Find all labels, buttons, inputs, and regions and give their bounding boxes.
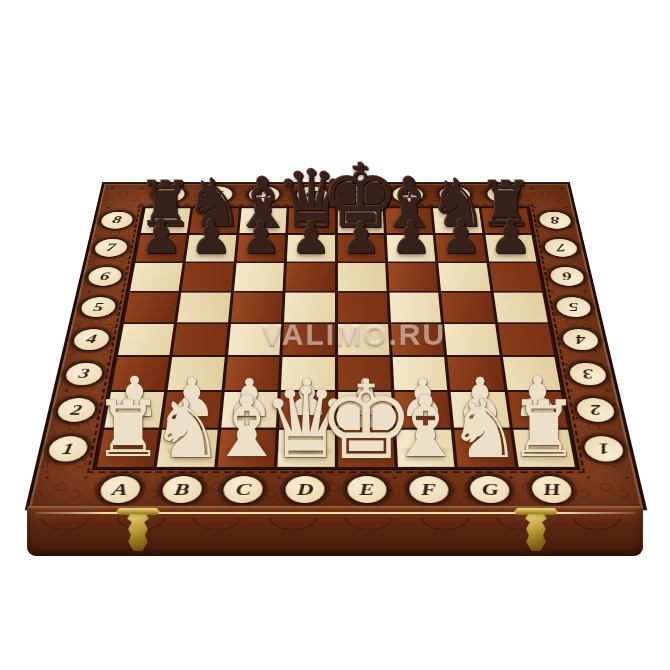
square-a4 xyxy=(118,324,174,355)
square-d1 xyxy=(278,429,335,466)
square-a2 xyxy=(104,392,164,427)
brass-latch-right xyxy=(514,505,558,571)
square-b7 xyxy=(186,235,236,261)
square-f3 xyxy=(393,357,448,390)
square-f6 xyxy=(388,263,438,291)
square-e1 xyxy=(338,429,395,466)
square-g3 xyxy=(448,357,505,390)
square-c2 xyxy=(221,392,278,427)
square-a6 xyxy=(130,263,183,291)
square-d8 xyxy=(288,208,334,233)
square-e6 xyxy=(337,263,386,291)
square-c8 xyxy=(239,208,287,233)
square-b3 xyxy=(168,357,225,390)
square-c3 xyxy=(225,357,280,390)
square-g6 xyxy=(439,263,491,291)
square-c6 xyxy=(234,263,284,291)
file-label-bottom-e: E xyxy=(345,475,389,505)
square-h3 xyxy=(502,357,560,390)
brass-latch-left xyxy=(116,505,160,571)
file-label-top-d: D xyxy=(295,186,329,204)
square-e2 xyxy=(338,392,393,427)
latch-plate-icon xyxy=(514,508,558,515)
square-e8 xyxy=(337,208,383,233)
square-h7 xyxy=(485,235,536,261)
square-c7 xyxy=(236,235,285,261)
square-g1 xyxy=(454,429,514,466)
square-d3 xyxy=(281,357,334,390)
file-label-top-e: E xyxy=(343,186,377,204)
file-label-bottom-d: D xyxy=(283,475,327,505)
square-d7 xyxy=(287,235,335,261)
square-b6 xyxy=(182,263,234,291)
square-e7 xyxy=(337,235,385,261)
square-g8 xyxy=(433,208,482,233)
square-c1 xyxy=(217,429,276,466)
square-b4 xyxy=(173,324,228,355)
watermark-text: VALIMO.RU xyxy=(262,318,446,352)
square-f8 xyxy=(385,208,433,233)
square-f7 xyxy=(387,235,436,261)
square-h8 xyxy=(481,208,531,233)
square-g5 xyxy=(441,293,494,322)
square-h2 xyxy=(508,392,568,427)
square-h6 xyxy=(489,263,542,291)
square-h5 xyxy=(493,293,548,322)
square-a3 xyxy=(111,357,169,390)
square-b5 xyxy=(178,293,231,322)
square-a8 xyxy=(141,208,191,233)
square-b1 xyxy=(157,429,217,466)
square-h1 xyxy=(513,429,575,466)
latch-pendant-icon xyxy=(127,514,149,551)
square-d2 xyxy=(279,392,334,427)
square-a1 xyxy=(97,429,159,466)
square-a7 xyxy=(136,235,187,261)
square-b2 xyxy=(163,392,221,427)
square-h4 xyxy=(498,324,554,355)
square-e3 xyxy=(338,357,391,390)
latch-pendant-icon xyxy=(525,514,547,551)
square-g2 xyxy=(451,392,509,427)
square-g4 xyxy=(444,324,499,355)
square-g7 xyxy=(436,235,486,261)
latch-plate-icon xyxy=(116,508,160,515)
file-label-top-f: F xyxy=(390,186,425,204)
square-f1 xyxy=(396,429,455,466)
square-d6 xyxy=(286,263,335,291)
square-a5 xyxy=(124,293,179,322)
scene: 88AA77BB66CC55DD44EE33FF22GG11HH VALIMO.… xyxy=(0,0,670,670)
square-b8 xyxy=(190,208,239,233)
square-f2 xyxy=(394,392,451,427)
